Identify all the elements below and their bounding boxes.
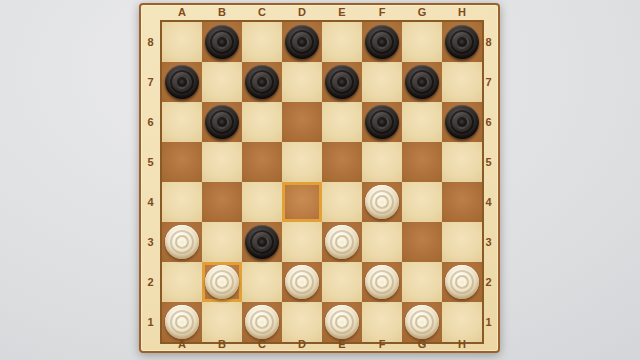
square-F8[interactable] — [362, 22, 402, 62]
rank-label-8: 8 — [142, 22, 159, 62]
file-labels-bottom: ABCDEFGH — [162, 338, 482, 350]
file-label-G: G — [402, 6, 442, 19]
square-B1[interactable] — [202, 302, 242, 342]
square-C4[interactable] — [242, 182, 282, 222]
square-E7[interactable] — [322, 62, 362, 102]
square-D5[interactable] — [282, 142, 322, 182]
file-labels-top: ABCDEFGH — [162, 6, 482, 19]
file-label-D: D — [282, 338, 322, 350]
white-checker-G1[interactable] — [405, 305, 439, 339]
board-grid — [160, 20, 484, 344]
square-G7[interactable] — [402, 62, 442, 102]
rank-label-7: 7 — [142, 62, 159, 102]
white-checker-E1[interactable] — [325, 305, 359, 339]
rank-label-5: 5 — [142, 142, 159, 182]
square-H2[interactable] — [442, 262, 482, 302]
square-A1[interactable] — [162, 302, 202, 342]
square-D7[interactable] — [282, 62, 322, 102]
file-label-A: A — [162, 6, 202, 19]
square-B2[interactable] — [202, 262, 242, 302]
square-A8[interactable] — [162, 22, 202, 62]
black-checker-B8[interactable] — [205, 25, 239, 59]
square-H7[interactable] — [442, 62, 482, 102]
rank-labels-right: 87654321 — [480, 22, 497, 342]
black-checker-B6[interactable] — [205, 105, 239, 139]
square-B4[interactable] — [202, 182, 242, 222]
square-D6[interactable] — [282, 102, 322, 142]
square-A7[interactable] — [162, 62, 202, 102]
black-checker-H6[interactable] — [445, 105, 479, 139]
square-E1[interactable] — [322, 302, 362, 342]
white-checker-D2[interactable] — [285, 265, 319, 299]
square-E2[interactable] — [322, 262, 362, 302]
rank-labels-left: 87654321 — [142, 22, 159, 342]
file-label-E: E — [322, 338, 362, 350]
square-F4[interactable] — [362, 182, 402, 222]
square-B3[interactable] — [202, 222, 242, 262]
square-D8[interactable] — [282, 22, 322, 62]
square-D4[interactable] — [282, 182, 322, 222]
black-checker-F8[interactable] — [365, 25, 399, 59]
square-G8[interactable] — [402, 22, 442, 62]
square-E5[interactable] — [322, 142, 362, 182]
square-D2[interactable] — [282, 262, 322, 302]
white-checker-H2[interactable] — [445, 265, 479, 299]
square-C3[interactable] — [242, 222, 282, 262]
rank-label-8: 8 — [480, 22, 497, 62]
black-checker-D8[interactable] — [285, 25, 319, 59]
rank-label-2: 2 — [142, 262, 159, 302]
square-F5[interactable] — [362, 142, 402, 182]
file-label-A: A — [162, 338, 202, 350]
rank-label-6: 6 — [480, 102, 497, 142]
rank-label-1: 1 — [480, 302, 497, 342]
app-background: ABCDEFGH 87654321 87654321 ABCDEFGH — [0, 0, 640, 360]
square-G1[interactable] — [402, 302, 442, 342]
white-checker-F4[interactable] — [365, 185, 399, 219]
square-F3[interactable] — [362, 222, 402, 262]
square-F1[interactable] — [362, 302, 402, 342]
black-checker-E7[interactable] — [325, 65, 359, 99]
square-C1[interactable] — [242, 302, 282, 342]
file-label-B: B — [202, 338, 242, 350]
square-H5[interactable] — [442, 142, 482, 182]
square-F7[interactable] — [362, 62, 402, 102]
square-B5[interactable] — [202, 142, 242, 182]
rank-label-1: 1 — [142, 302, 159, 342]
rank-label-4: 4 — [480, 182, 497, 222]
square-H8[interactable] — [442, 22, 482, 62]
square-B7[interactable] — [202, 62, 242, 102]
black-checker-G7[interactable] — [405, 65, 439, 99]
square-B8[interactable] — [202, 22, 242, 62]
square-A6[interactable] — [162, 102, 202, 142]
black-checker-H8[interactable] — [445, 25, 479, 59]
square-H6[interactable] — [442, 102, 482, 142]
file-label-C: C — [242, 338, 282, 350]
square-E8[interactable] — [322, 22, 362, 62]
black-checker-A7[interactable] — [165, 65, 199, 99]
square-E4[interactable] — [322, 182, 362, 222]
rank-label-3: 3 — [142, 222, 159, 262]
square-E3[interactable] — [322, 222, 362, 262]
square-D3[interactable] — [282, 222, 322, 262]
square-C7[interactable] — [242, 62, 282, 102]
square-G6[interactable] — [402, 102, 442, 142]
rank-label-6: 6 — [142, 102, 159, 142]
file-label-G: G — [402, 338, 442, 350]
square-E6[interactable] — [322, 102, 362, 142]
checkers-board: ABCDEFGH 87654321 87654321 ABCDEFGH — [139, 3, 500, 353]
square-C2[interactable] — [242, 262, 282, 302]
square-B6[interactable] — [202, 102, 242, 142]
white-checker-B2[interactable] — [205, 265, 239, 299]
white-checker-F2[interactable] — [365, 265, 399, 299]
white-checker-A1[interactable] — [165, 305, 199, 339]
square-H1[interactable] — [442, 302, 482, 342]
square-H4[interactable] — [442, 182, 482, 222]
rank-label-4: 4 — [142, 182, 159, 222]
square-D1[interactable] — [282, 302, 322, 342]
square-C8[interactable] — [242, 22, 282, 62]
square-G4[interactable] — [402, 182, 442, 222]
rank-label-5: 5 — [480, 142, 497, 182]
square-C5[interactable] — [242, 142, 282, 182]
file-label-D: D — [282, 6, 322, 19]
file-label-E: E — [322, 6, 362, 19]
rank-label-2: 2 — [480, 262, 497, 302]
file-label-H: H — [442, 6, 482, 19]
square-A5[interactable] — [162, 142, 202, 182]
square-H3[interactable] — [442, 222, 482, 262]
rank-label-7: 7 — [480, 62, 497, 102]
square-F6[interactable] — [362, 102, 402, 142]
white-checker-C1[interactable] — [245, 305, 279, 339]
square-A3[interactable] — [162, 222, 202, 262]
square-G3[interactable] — [402, 222, 442, 262]
square-A2[interactable] — [162, 262, 202, 302]
square-C6[interactable] — [242, 102, 282, 142]
file-label-H: H — [442, 338, 482, 350]
file-label-F: F — [362, 338, 402, 350]
file-label-B: B — [202, 6, 242, 19]
white-checker-E3[interactable] — [325, 225, 359, 259]
file-label-F: F — [362, 6, 402, 19]
square-F2[interactable] — [362, 262, 402, 302]
black-checker-F6[interactable] — [365, 105, 399, 139]
white-checker-A3[interactable] — [165, 225, 199, 259]
black-checker-C3[interactable] — [245, 225, 279, 259]
rank-label-3: 3 — [480, 222, 497, 262]
file-label-C: C — [242, 6, 282, 19]
black-checker-C7[interactable] — [245, 65, 279, 99]
square-G2[interactable] — [402, 262, 442, 302]
square-G5[interactable] — [402, 142, 442, 182]
square-A4[interactable] — [162, 182, 202, 222]
